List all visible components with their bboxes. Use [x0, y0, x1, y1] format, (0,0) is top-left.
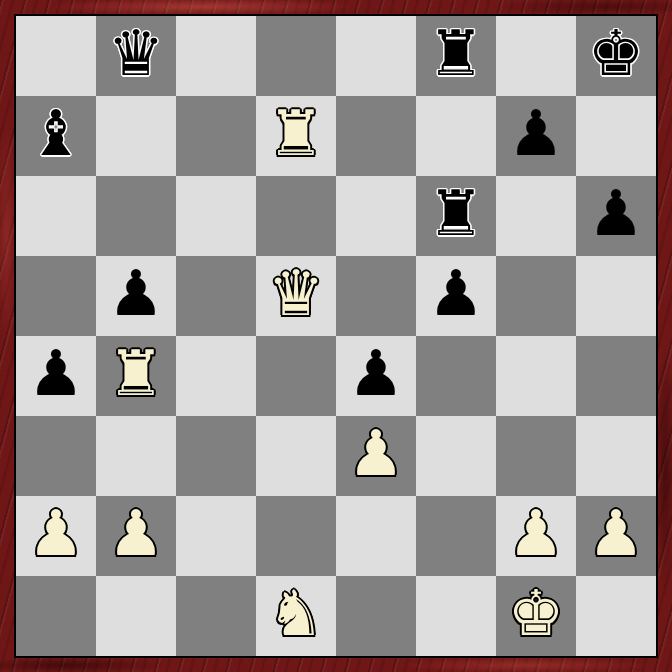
- square-h8[interactable]: ♚: [576, 16, 656, 96]
- square-b6[interactable]: [96, 176, 176, 256]
- square-a6[interactable]: [16, 176, 96, 256]
- piece-black-rook[interactable]: ♜: [428, 22, 484, 85]
- square-b5[interactable]: ♟: [96, 256, 176, 336]
- square-b2[interactable]: ♟: [96, 496, 176, 576]
- piece-white-pawn[interactable]: ♟: [588, 502, 644, 565]
- square-a4[interactable]: ♟: [16, 336, 96, 416]
- square-h4[interactable]: [576, 336, 656, 416]
- square-b4[interactable]: ♜: [96, 336, 176, 416]
- square-e2[interactable]: [336, 496, 416, 576]
- square-h1[interactable]: [576, 576, 656, 656]
- square-g1[interactable]: ♚: [496, 576, 576, 656]
- square-f1[interactable]: [416, 576, 496, 656]
- square-c6[interactable]: [176, 176, 256, 256]
- square-a1[interactable]: [16, 576, 96, 656]
- square-g4[interactable]: [496, 336, 576, 416]
- square-f6[interactable]: ♜: [416, 176, 496, 256]
- piece-black-pawn[interactable]: ♟: [348, 342, 404, 405]
- square-c5[interactable]: [176, 256, 256, 336]
- piece-white-king[interactable]: ♚: [508, 582, 564, 645]
- square-a2[interactable]: ♟: [16, 496, 96, 576]
- square-b7[interactable]: [96, 96, 176, 176]
- square-f3[interactable]: [416, 416, 496, 496]
- square-g6[interactable]: [496, 176, 576, 256]
- square-h5[interactable]: [576, 256, 656, 336]
- square-d4[interactable]: [256, 336, 336, 416]
- square-c4[interactable]: [176, 336, 256, 416]
- square-d8[interactable]: [256, 16, 336, 96]
- piece-white-knight[interactable]: ♞: [268, 582, 324, 645]
- piece-white-rook[interactable]: ♜: [108, 342, 164, 405]
- piece-white-pawn[interactable]: ♟: [508, 502, 564, 565]
- square-d5[interactable]: ♛: [256, 256, 336, 336]
- square-f8[interactable]: ♜: [416, 16, 496, 96]
- square-c8[interactable]: [176, 16, 256, 96]
- piece-white-queen[interactable]: ♛: [268, 262, 324, 325]
- square-g5[interactable]: [496, 256, 576, 336]
- piece-black-queen[interactable]: ♛: [108, 22, 164, 85]
- square-d3[interactable]: [256, 416, 336, 496]
- square-f7[interactable]: [416, 96, 496, 176]
- square-e3[interactable]: ♟: [336, 416, 416, 496]
- square-e6[interactable]: [336, 176, 416, 256]
- piece-black-bishop[interactable]: ♝: [28, 102, 84, 165]
- square-a7[interactable]: ♝: [16, 96, 96, 176]
- square-d6[interactable]: [256, 176, 336, 256]
- piece-black-pawn[interactable]: ♟: [108, 262, 164, 325]
- piece-black-king[interactable]: ♚: [588, 22, 644, 85]
- square-f4[interactable]: [416, 336, 496, 416]
- square-c2[interactable]: [176, 496, 256, 576]
- piece-white-pawn[interactable]: ♟: [28, 502, 84, 565]
- square-d7[interactable]: ♜: [256, 96, 336, 176]
- square-f2[interactable]: [416, 496, 496, 576]
- square-a5[interactable]: [16, 256, 96, 336]
- square-a3[interactable]: [16, 416, 96, 496]
- piece-black-pawn[interactable]: ♟: [28, 342, 84, 405]
- chess-board: ♛♜♚♝♜♟♜♟♟♛♟♟♜♟♟♟♟♟♟♞♚: [16, 16, 656, 656]
- square-d2[interactable]: [256, 496, 336, 576]
- piece-white-rook[interactable]: ♜: [268, 102, 324, 165]
- piece-white-pawn[interactable]: ♟: [108, 502, 164, 565]
- square-h3[interactable]: [576, 416, 656, 496]
- square-g2[interactable]: ♟: [496, 496, 576, 576]
- square-e5[interactable]: [336, 256, 416, 336]
- square-a8[interactable]: [16, 16, 96, 96]
- piece-black-pawn[interactable]: ♟: [508, 102, 564, 165]
- square-b1[interactable]: [96, 576, 176, 656]
- square-h6[interactable]: ♟: [576, 176, 656, 256]
- board-frame: ♛♜♚♝♜♟♜♟♟♛♟♟♜♟♟♟♟♟♟♞♚: [0, 0, 672, 672]
- square-e4[interactable]: ♟: [336, 336, 416, 416]
- square-g3[interactable]: [496, 416, 576, 496]
- piece-black-pawn[interactable]: ♟: [588, 182, 644, 245]
- board-inner-border: ♛♜♚♝♜♟♜♟♟♛♟♟♜♟♟♟♟♟♟♞♚: [14, 14, 658, 658]
- square-g7[interactable]: ♟: [496, 96, 576, 176]
- square-h2[interactable]: ♟: [576, 496, 656, 576]
- square-h7[interactable]: [576, 96, 656, 176]
- square-d1[interactable]: ♞: [256, 576, 336, 656]
- square-c3[interactable]: [176, 416, 256, 496]
- piece-black-rook[interactable]: ♜: [428, 182, 484, 245]
- piece-white-pawn[interactable]: ♟: [348, 422, 404, 485]
- square-g8[interactable]: [496, 16, 576, 96]
- square-f5[interactable]: ♟: [416, 256, 496, 336]
- square-e7[interactable]: [336, 96, 416, 176]
- square-b8[interactable]: ♛: [96, 16, 176, 96]
- square-e1[interactable]: [336, 576, 416, 656]
- square-c7[interactable]: [176, 96, 256, 176]
- square-c1[interactable]: [176, 576, 256, 656]
- square-b3[interactable]: [96, 416, 176, 496]
- piece-black-pawn[interactable]: ♟: [428, 262, 484, 325]
- square-e8[interactable]: [336, 16, 416, 96]
